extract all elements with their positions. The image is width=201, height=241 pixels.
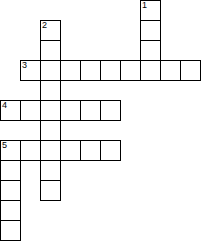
crossword-cell-r3c7[interactable] [140, 60, 161, 81]
crossword-cell-r5c1[interactable] [20, 100, 41, 121]
crossword-cell-r1c2[interactable]: 2 [40, 20, 61, 41]
crossword-cell-r5c2[interactable] [40, 100, 61, 121]
crossword-cell-r10c0[interactable] [0, 200, 21, 221]
clue-number-label: 2 [42, 21, 47, 30]
crossword-cell-r3c9[interactable] [180, 60, 201, 81]
crossword-cell-r7c2[interactable] [40, 140, 61, 161]
crossword-cell-r5c5[interactable] [100, 100, 121, 121]
clue-number-label: 3 [22, 61, 27, 70]
crossword-cell-r9c0[interactable] [0, 180, 21, 201]
crossword-cell-r3c3[interactable] [60, 60, 81, 81]
crossword-cell-r5c0[interactable]: 4 [0, 100, 21, 121]
crossword-cell-r4c2[interactable] [40, 80, 61, 101]
crossword-board: 12345 [0, 0, 201, 241]
clue-number-label: 5 [2, 141, 7, 150]
crossword-cell-r1c7[interactable] [140, 20, 161, 41]
crossword-cell-r8c0[interactable] [0, 160, 21, 181]
clue-number-label: 4 [2, 101, 7, 110]
crossword-cell-r7c4[interactable] [80, 140, 101, 161]
crossword-cell-r3c2[interactable] [40, 60, 61, 81]
crossword-cell-r9c2[interactable] [40, 180, 61, 201]
crossword-cell-r5c4[interactable] [80, 100, 101, 121]
crossword-cell-r2c2[interactable] [40, 40, 61, 61]
crossword-cell-r11c0[interactable] [0, 220, 21, 241]
crossword-cell-r7c5[interactable] [100, 140, 121, 161]
crossword-cell-r2c7[interactable] [140, 40, 161, 61]
crossword-cell-r3c1[interactable]: 3 [20, 60, 41, 81]
crossword-cell-r7c3[interactable] [60, 140, 81, 161]
crossword-cell-r7c0[interactable]: 5 [0, 140, 21, 161]
crossword-cell-r3c6[interactable] [120, 60, 141, 81]
crossword-cell-r3c4[interactable] [80, 60, 101, 81]
crossword-cell-r3c5[interactable] [100, 60, 121, 81]
crossword-cell-r8c2[interactable] [40, 160, 61, 181]
clue-number-label: 1 [142, 1, 147, 10]
crossword-cell-r6c2[interactable] [40, 120, 61, 141]
crossword-cell-r7c1[interactable] [20, 140, 41, 161]
crossword-cell-r3c8[interactable] [160, 60, 181, 81]
crossword-cell-r5c3[interactable] [60, 100, 81, 121]
crossword-cell-r0c7[interactable]: 1 [140, 0, 161, 21]
